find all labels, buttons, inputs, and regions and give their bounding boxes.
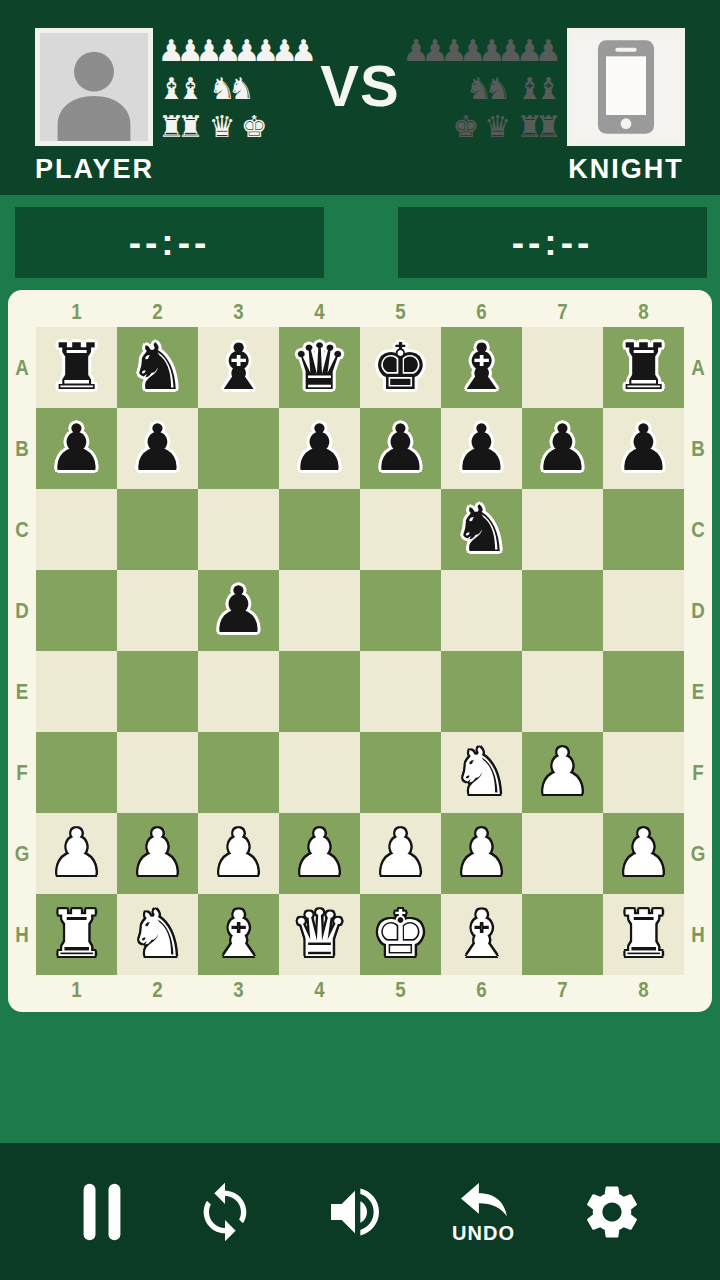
file-label-5: 5 <box>366 975 435 1005</box>
piece-wp[interactable]: ♟ <box>48 813 105 894</box>
piece-bp[interactable]: ♟ <box>210 570 267 651</box>
square-D2[interactable] <box>117 570 198 651</box>
restart-button[interactable] <box>193 1180 257 1244</box>
undo-button[interactable]: UNDO <box>452 1178 515 1245</box>
piece-wp[interactable]: ♟ <box>291 813 348 894</box>
square-H8[interactable]: ♜ <box>603 894 684 975</box>
player-name: PLAYER <box>35 154 153 185</box>
file-label-4: 4 <box>285 297 354 327</box>
timer-row: --:-- --:-- <box>0 195 720 290</box>
square-C6[interactable]: ♞ <box>441 489 522 570</box>
file-label-5: 5 <box>366 297 435 327</box>
square-D3[interactable]: ♟ <box>198 570 279 651</box>
square-E3[interactable] <box>198 651 279 732</box>
rank-label-E: E <box>686 651 710 732</box>
file-label-8: 8 <box>609 297 678 327</box>
square-E7[interactable] <box>522 651 603 732</box>
piece-br[interactable]: ♜ <box>48 327 105 408</box>
square-D4[interactable] <box>279 570 360 651</box>
rank-label-D: D <box>10 570 34 651</box>
sound-button[interactable] <box>323 1180 387 1244</box>
square-D8[interactable] <box>603 570 684 651</box>
restart-icon <box>193 1180 257 1244</box>
rank-label-B: B <box>686 408 710 489</box>
square-D5[interactable] <box>360 570 441 651</box>
square-E5[interactable] <box>360 651 441 732</box>
square-G1[interactable]: ♟ <box>36 813 117 894</box>
piece-wk[interactable]: ♚ <box>372 894 429 975</box>
square-H7[interactable] <box>522 894 603 975</box>
square-G7[interactable] <box>522 813 603 894</box>
board-corner <box>684 297 712 327</box>
board-corner <box>684 975 712 1005</box>
rank-label-C: C <box>10 489 34 570</box>
square-F8[interactable] <box>603 732 684 813</box>
piece-wn[interactable]: ♞ <box>453 732 510 813</box>
square-C4[interactable] <box>279 489 360 570</box>
square-H5[interactable]: ♚ <box>360 894 441 975</box>
rank-label-A: A <box>10 327 34 408</box>
tray-piece-group: ♝♝ <box>516 73 562 105</box>
file-label-2: 2 <box>123 975 192 1005</box>
file-label-7: 7 <box>528 297 597 327</box>
square-G5[interactable]: ♟ <box>360 813 441 894</box>
file-label-8: 8 <box>609 975 678 1005</box>
header: PLAYER ♟♟♟♟♟♟♟♟♝♝♞♞♜♜♛♚ VS ♟♟♟♟♟♟♟♟♞♞♝♝♚… <box>0 0 720 195</box>
settings-gear-icon <box>580 1180 644 1244</box>
piece-wq[interactable]: ♛ <box>291 894 348 975</box>
square-F3[interactable] <box>198 732 279 813</box>
square-E8[interactable] <box>603 651 684 732</box>
square-B2[interactable]: ♟ <box>117 408 198 489</box>
square-G2[interactable]: ♟ <box>117 813 198 894</box>
square-F6[interactable]: ♞ <box>441 732 522 813</box>
square-C3[interactable] <box>198 489 279 570</box>
square-D1[interactable] <box>36 570 117 651</box>
piece-wp[interactable]: ♟ <box>210 813 267 894</box>
piece-bn[interactable]: ♞ <box>129 327 186 408</box>
piece-wb[interactable]: ♝ <box>210 894 267 975</box>
smartphone-icon <box>593 39 659 135</box>
square-B5[interactable]: ♟ <box>360 408 441 489</box>
piece-wp[interactable]: ♟ <box>534 732 591 813</box>
piece-bp[interactable]: ♟ <box>372 408 429 489</box>
file-label-2: 2 <box>123 297 192 327</box>
file-label-6: 6 <box>447 975 516 1005</box>
square-B8[interactable]: ♟ <box>603 408 684 489</box>
square-B3[interactable] <box>198 408 279 489</box>
square-G6[interactable]: ♟ <box>441 813 522 894</box>
board-grid: 12345678A♜♞♝♛♚♝♜AB♟♟♟♟♟♟♟BC♞CD♟DEEF♞♟FG♟… <box>8 297 712 1005</box>
tray-piece-group: ♚ <box>452 111 479 143</box>
opponent-panel: KNIGHT <box>567 28 685 185</box>
undo-icon <box>453 1178 515 1224</box>
square-E1[interactable] <box>36 651 117 732</box>
piece-bp[interactable]: ♟ <box>534 408 591 489</box>
square-A4[interactable]: ♛ <box>279 327 360 408</box>
square-A6[interactable]: ♝ <box>441 327 522 408</box>
pause-icon <box>76 1181 128 1243</box>
player-timer: --:-- <box>15 207 324 278</box>
rank-label-E: E <box>10 651 34 732</box>
tray-piece-group: ♞♞ <box>465 73 511 105</box>
pause-button[interactable] <box>76 1181 128 1243</box>
square-H1[interactable]: ♜ <box>36 894 117 975</box>
square-A2[interactable]: ♞ <box>117 327 198 408</box>
piece-bp[interactable]: ♟ <box>291 408 348 489</box>
rank-label-F: F <box>10 732 34 813</box>
piece-wr[interactable]: ♜ <box>615 894 672 975</box>
settings-button[interactable] <box>580 1180 644 1244</box>
rank-label-F: F <box>686 732 710 813</box>
piece-bk[interactable]: ♚ <box>372 327 429 408</box>
rank-label-G: G <box>686 813 710 894</box>
rank-label-C: C <box>686 489 710 570</box>
piece-bp[interactable]: ♟ <box>129 408 186 489</box>
piece-bb[interactable]: ♝ <box>453 327 510 408</box>
tray-piece-group: ♟♟♟♟♟♟♟♟ <box>403 35 562 67</box>
square-D7[interactable] <box>522 570 603 651</box>
rank-label-H: H <box>686 894 710 975</box>
app-screen: PLAYER ♟♟♟♟♟♟♟♟♝♝♞♞♜♜♛♚ VS ♟♟♟♟♟♟♟♟♞♞♝♝♚… <box>0 0 720 1280</box>
piece-bb[interactable]: ♝ <box>210 327 267 408</box>
piece-bn[interactable]: ♞ <box>453 489 510 570</box>
square-A5[interactable]: ♚ <box>360 327 441 408</box>
square-C7[interactable] <box>522 489 603 570</box>
rank-label-H: H <box>10 894 34 975</box>
undo-label: UNDO <box>452 1222 515 1245</box>
board-corner <box>8 975 36 1005</box>
square-C8[interactable] <box>603 489 684 570</box>
piece-wp[interactable]: ♟ <box>453 813 510 894</box>
square-F4[interactable] <box>279 732 360 813</box>
rank-label-B: B <box>10 408 34 489</box>
rank-label-G: G <box>10 813 34 894</box>
square-A1[interactable]: ♜ <box>36 327 117 408</box>
square-F1[interactable] <box>36 732 117 813</box>
piece-wp[interactable]: ♟ <box>372 813 429 894</box>
square-B6[interactable]: ♟ <box>441 408 522 489</box>
tray-piece-group: ♛ <box>484 111 511 143</box>
square-A3[interactable]: ♝ <box>198 327 279 408</box>
piece-bp[interactable]: ♟ <box>453 408 510 489</box>
square-H4[interactable]: ♛ <box>279 894 360 975</box>
piece-bp[interactable]: ♟ <box>48 408 105 489</box>
square-F5[interactable] <box>360 732 441 813</box>
chess-board: 12345678A♜♞♝♛♚♝♜AB♟♟♟♟♟♟♟BC♞CD♟DEEF♞♟FG♟… <box>8 290 712 1012</box>
square-B7[interactable]: ♟ <box>522 408 603 489</box>
piece-wb[interactable]: ♝ <box>453 894 510 975</box>
square-A7[interactable] <box>522 327 603 408</box>
square-E4[interactable] <box>279 651 360 732</box>
opponent-piece-tray: ♟♟♟♟♟♟♟♟♞♞♝♝♚♛♜♜ <box>403 34 562 143</box>
sound-icon <box>323 1180 387 1244</box>
file-label-3: 3 <box>204 297 273 327</box>
square-C2[interactable] <box>117 489 198 570</box>
square-E2[interactable] <box>117 651 198 732</box>
square-H6[interactable]: ♝ <box>441 894 522 975</box>
square-H2[interactable]: ♞ <box>117 894 198 975</box>
tray-row: ♚♛♜♜ <box>452 110 562 143</box>
square-G8[interactable]: ♟ <box>603 813 684 894</box>
file-label-6: 6 <box>447 297 516 327</box>
board-margin <box>0 1012 720 1143</box>
square-F7[interactable]: ♟ <box>522 732 603 813</box>
piece-bq[interactable]: ♛ <box>291 327 348 408</box>
bottom-toolbar: UNDO <box>0 1143 720 1280</box>
piece-bp[interactable]: ♟ <box>615 408 672 489</box>
square-H3[interactable]: ♝ <box>198 894 279 975</box>
square-A8[interactable]: ♜ <box>603 327 684 408</box>
square-C5[interactable] <box>360 489 441 570</box>
piece-wn[interactable]: ♞ <box>129 894 186 975</box>
board-corner <box>8 297 36 327</box>
file-label-7: 7 <box>528 975 597 1005</box>
file-label-3: 3 <box>204 975 273 1005</box>
rank-label-A: A <box>686 327 710 408</box>
square-B4[interactable]: ♟ <box>279 408 360 489</box>
file-label-1: 1 <box>42 297 111 327</box>
file-label-4: 4 <box>285 975 354 1005</box>
piece-wr[interactable]: ♜ <box>48 894 105 975</box>
square-G4[interactable]: ♟ <box>279 813 360 894</box>
rank-label-D: D <box>686 570 710 651</box>
piece-br[interactable]: ♜ <box>615 327 672 408</box>
tray-row: ♟♟♟♟♟♟♟♟ <box>403 34 562 67</box>
opponent-avatar <box>567 28 685 146</box>
opponent-timer: --:-- <box>398 207 707 278</box>
tray-row: ♞♞♝♝ <box>465 72 562 105</box>
square-F2[interactable] <box>117 732 198 813</box>
square-G3[interactable]: ♟ <box>198 813 279 894</box>
square-D6[interactable] <box>441 570 522 651</box>
square-C1[interactable] <box>36 489 117 570</box>
tray-piece-group: ♜♜ <box>516 111 562 143</box>
opponent-name: KNIGHT <box>567 154 685 185</box>
piece-wp[interactable]: ♟ <box>615 813 672 894</box>
square-E6[interactable] <box>441 651 522 732</box>
piece-wp[interactable]: ♟ <box>129 813 186 894</box>
file-label-1: 1 <box>42 975 111 1005</box>
square-B1[interactable]: ♟ <box>36 408 117 489</box>
